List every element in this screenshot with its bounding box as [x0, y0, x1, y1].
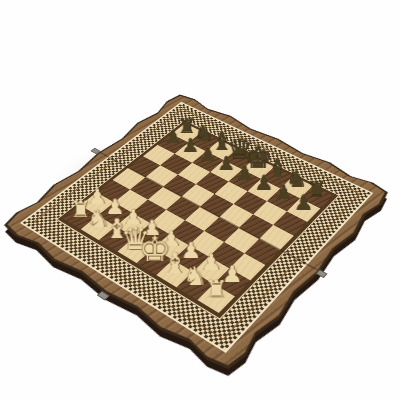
perspective-scene: ♜♞♝♛♚♝♞♜♟♟♟♟♟♟♟♟♟♟♟♟♟♟♟♟♜♞♝♛♚♝♞♜ — [0, 0, 400, 400]
hinge-icon — [316, 269, 328, 278]
square-g4[interactable] — [224, 228, 259, 253]
latch-icon — [97, 291, 110, 301]
chess-case: ♜♞♝♛♚♝♞♜♟♟♟♟♟♟♟♟♟♟♟♟♟♟♟♟♜♞♝♛♚♝♞♜ — [0, 90, 396, 378]
product-photo-scene: ♜♞♝♛♚♝♞♜♟♟♟♟♟♟♟♟♟♟♟♟♟♟♟♟♜♞♝♛♚♝♞♜ — [0, 0, 400, 400]
